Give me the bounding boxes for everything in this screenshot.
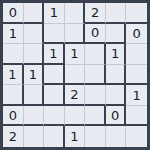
cell-r7-c2[interactable] [24,126,45,147]
cell-r3-c3[interactable]: 1 [44,44,65,65]
cell-r5-c4[interactable]: 2 [65,85,86,106]
cell-r6-c5[interactable] [85,106,106,127]
clue-digit: 2 [91,6,99,19]
cell-r5-c1[interactable] [3,85,24,106]
cell-r1-c6[interactable] [106,3,127,24]
clue-digit: 1 [50,6,58,19]
cell-r1-c1[interactable]: 0 [3,3,24,24]
clue-digit: 0 [9,109,17,122]
cell-r4-c7[interactable] [126,65,147,86]
cell-r6-c6[interactable]: 0 [106,106,127,127]
cell-r6-c7[interactable] [126,106,147,127]
cell-r5-c7[interactable]: 1 [126,85,147,106]
clue-digit: 2 [9,130,17,143]
cell-r2-c7[interactable]: 0 [126,24,147,45]
cell-r7-c7[interactable] [126,126,147,147]
cell-r1-c7[interactable] [126,3,147,24]
clue-digit: 0 [133,27,141,40]
clue-digit: 0 [111,109,119,122]
clue-digit: 1 [49,47,57,60]
cell-r3-c2[interactable] [24,44,45,65]
cell-r3-c5[interactable] [85,44,106,65]
clue-digit: 1 [70,47,78,60]
cell-r7-c1[interactable]: 2 [3,126,24,147]
cell-r2-c1[interactable]: 1 [3,24,24,45]
clue-digit: 0 [91,26,99,39]
cell-r6-c2[interactable] [24,106,45,127]
cell-r5-c5[interactable] [85,85,106,106]
cell-r2-c2[interactable] [24,24,45,45]
cell-r7-c5[interactable] [85,126,106,147]
clue-digit: 1 [70,130,78,143]
cell-r3-c6[interactable]: 1 [106,44,127,65]
cell-r2-c3[interactable] [44,24,65,45]
clue-digit: 2 [70,88,78,101]
cell-r2-c5[interactable]: 0 [85,24,106,45]
cell-r4-c3[interactable] [44,65,65,86]
heyawake-board: 01210011111210021 [0,0,150,150]
cell-r5-c2[interactable] [24,85,45,106]
cell-r3-c1[interactable] [3,44,24,65]
cell-r4-c6[interactable] [106,65,127,86]
cell-r2-c6[interactable] [106,24,127,45]
cell-r2-c4[interactable] [65,24,86,45]
cell-r4-c1[interactable]: 1 [3,65,24,86]
clue-digit: 1 [29,68,37,81]
clue-digit: 1 [9,27,17,40]
cell-r4-c4[interactable] [65,65,86,86]
cell-r7-c6[interactable] [106,126,127,147]
cell-r4-c2[interactable]: 1 [24,65,45,86]
cell-r3-c4[interactable]: 1 [65,44,86,65]
cell-r1-c2[interactable] [24,3,45,24]
clue-digit: 1 [133,89,141,102]
cell-r6-c1[interactable]: 0 [3,106,24,127]
cell-r7-c4[interactable]: 1 [65,126,86,147]
clue-digit: 1 [8,68,16,81]
cell-r1-c4[interactable] [65,3,86,24]
cell-r3-c7[interactable] [126,44,147,65]
cell-r5-c3[interactable] [44,85,65,106]
cell-r6-c3[interactable] [44,106,65,127]
cell-r6-c4[interactable] [65,106,86,127]
cell-r7-c3[interactable] [44,126,65,147]
cell-r1-c3[interactable]: 1 [44,3,65,24]
cell-r4-c5[interactable] [85,65,106,86]
clue-digit: 1 [111,47,119,60]
clue-digit: 0 [9,6,17,19]
cell-r5-c6[interactable] [106,85,127,106]
cell-r1-c5[interactable]: 2 [85,3,106,24]
